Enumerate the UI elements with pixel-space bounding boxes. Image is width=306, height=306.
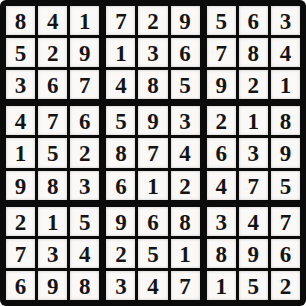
digit: 3: [248, 142, 260, 165]
cell-r5c5[interactable]: 7: [138, 138, 167, 167]
digit: 5: [47, 142, 59, 165]
digit: 5: [248, 275, 260, 298]
cell-r1c9[interactable]: 3: [271, 6, 300, 35]
digit: 3: [47, 243, 59, 266]
box-2: 729136485: [106, 6, 199, 99]
cell-r3c2[interactable]: 6: [38, 70, 67, 99]
cell-r9c9[interactable]: 2: [271, 271, 300, 300]
cell-r2c1[interactable]: 5: [6, 38, 35, 67]
digit: 7: [115, 10, 127, 33]
digit: 4: [280, 42, 292, 65]
digit: 6: [47, 74, 59, 97]
cell-r2c3[interactable]: 9: [70, 38, 99, 67]
box-9: 347896152: [207, 207, 300, 300]
cell-r5c9[interactable]: 9: [271, 138, 300, 167]
cell-r2c2[interactable]: 2: [38, 38, 67, 67]
digit: 3: [280, 10, 292, 33]
digit: 5: [179, 74, 191, 97]
digit: 5: [15, 42, 27, 65]
cell-r1c1[interactable]: 8: [6, 6, 35, 35]
cell-r9c5[interactable]: 4: [138, 271, 167, 300]
cell-r6c3[interactable]: 3: [70, 171, 99, 200]
cell-r9c4[interactable]: 3: [106, 271, 135, 300]
digit: 8: [147, 74, 159, 97]
digit: 3: [115, 275, 127, 298]
digit: 3: [15, 74, 27, 97]
cell-r7c7[interactable]: 3: [207, 207, 236, 236]
box-4: 476152983: [6, 106, 99, 199]
cell-r4c6[interactable]: 3: [171, 106, 200, 135]
cell-r4c3[interactable]: 6: [70, 106, 99, 135]
digit: 7: [248, 175, 260, 198]
digit: 2: [280, 275, 292, 298]
box-8: 968251347: [106, 207, 199, 300]
digit: 5: [79, 211, 91, 234]
cell-r3c6[interactable]: 5: [171, 70, 200, 99]
digit: 6: [215, 142, 227, 165]
cell-r5c2[interactable]: 5: [38, 138, 67, 167]
cell-r3c5[interactable]: 8: [138, 70, 167, 99]
cell-r1c8[interactable]: 6: [239, 6, 268, 35]
cell-r7c6[interactable]: 8: [171, 207, 200, 236]
cell-r6c4[interactable]: 6: [106, 171, 135, 200]
digit: 2: [115, 243, 127, 266]
digit: 6: [280, 243, 292, 266]
box-7: 215734698: [6, 207, 99, 300]
digit: 6: [115, 175, 127, 198]
digit: 5: [280, 175, 292, 198]
cell-r7c2[interactable]: 1: [38, 207, 67, 236]
cell-r8c9[interactable]: 6: [271, 239, 300, 268]
digit: 7: [15, 243, 27, 266]
cell-r1c7[interactable]: 5: [207, 6, 236, 35]
digit: 7: [179, 275, 191, 298]
digit: 4: [147, 275, 159, 298]
cell-r7c8[interactable]: 4: [239, 207, 268, 236]
digit: 8: [15, 10, 27, 33]
digit: 6: [79, 110, 91, 133]
digit: 2: [147, 10, 159, 33]
digit: 6: [15, 275, 27, 298]
digit: 3: [79, 175, 91, 198]
digit: 7: [215, 42, 227, 65]
cell-r9c6[interactable]: 7: [171, 271, 200, 300]
digit: 7: [280, 211, 292, 234]
digit: 1: [179, 243, 191, 266]
cell-r1c3[interactable]: 1: [70, 6, 99, 35]
cell-r6c8[interactable]: 7: [239, 171, 268, 200]
digit: 2: [47, 42, 59, 65]
digit: 6: [248, 10, 260, 33]
cell-r2c7[interactable]: 7: [207, 38, 236, 67]
digit: 1: [79, 10, 91, 33]
cell-r6c7[interactable]: 4: [207, 171, 236, 200]
digit: 5: [215, 10, 227, 33]
cell-r3c7[interactable]: 9: [207, 70, 236, 99]
cell-r6c1[interactable]: 9: [6, 171, 35, 200]
digit: 9: [47, 275, 59, 298]
digit: 9: [15, 175, 27, 198]
box-5: 593874612: [106, 106, 199, 199]
digit: 8: [115, 142, 127, 165]
cell-r9c2[interactable]: 9: [38, 271, 67, 300]
cell-r9c8[interactable]: 5: [239, 271, 268, 300]
digit: 8: [179, 211, 191, 234]
digit: 9: [147, 110, 159, 133]
digit: 4: [47, 10, 59, 33]
cell-r9c7[interactable]: 1: [207, 271, 236, 300]
box-1: 841529367: [6, 6, 99, 99]
digit: 9: [179, 10, 191, 33]
cell-r7c9[interactable]: 7: [271, 207, 300, 236]
cell-r1c4[interactable]: 7: [106, 6, 135, 35]
cell-r8c3[interactable]: 4: [70, 239, 99, 268]
sudoku-board: 8415293677291364855637849214761529835938…: [0, 0, 306, 306]
digit: 8: [215, 243, 227, 266]
cell-r9c1[interactable]: 6: [6, 271, 35, 300]
cell-r8c4[interactable]: 2: [106, 239, 135, 268]
digit: 1: [248, 110, 260, 133]
digit: 3: [147, 42, 159, 65]
cell-r8c6[interactable]: 1: [171, 239, 200, 268]
digit: 6: [147, 211, 159, 234]
digit: 1: [115, 42, 127, 65]
cell-r2c4[interactable]: 1: [106, 38, 135, 67]
digit: 8: [79, 275, 91, 298]
cell-r4c1[interactable]: 4: [6, 106, 35, 135]
digit: 2: [79, 142, 91, 165]
digit: 4: [248, 211, 260, 234]
digit: 9: [115, 211, 127, 234]
cell-r3c1[interactable]: 3: [6, 70, 35, 99]
digit: 1: [147, 175, 159, 198]
digit: 4: [115, 74, 127, 97]
cell-r6c2[interactable]: 8: [38, 171, 67, 200]
cell-r8c2[interactable]: 3: [38, 239, 67, 268]
digit: 1: [47, 211, 59, 234]
cell-r7c5[interactable]: 6: [138, 207, 167, 236]
cell-r2c6[interactable]: 6: [171, 38, 200, 67]
cell-r2c5[interactable]: 3: [138, 38, 167, 67]
digit: 6: [179, 42, 191, 65]
cell-r4c5[interactable]: 9: [138, 106, 167, 135]
cell-r2c9[interactable]: 4: [271, 38, 300, 67]
cell-r4c7[interactable]: 2: [207, 106, 236, 135]
cell-r5c7[interactable]: 6: [207, 138, 236, 167]
digit: 5: [147, 243, 159, 266]
page: 8415293677291364855637849214761529835938…: [0, 0, 306, 306]
digit: 8: [280, 110, 292, 133]
box-6: 218639475: [207, 106, 300, 199]
digit: 2: [15, 211, 27, 234]
cell-r1c5[interactable]: 2: [138, 6, 167, 35]
cell-r3c9[interactable]: 1: [271, 70, 300, 99]
digit: 2: [248, 74, 260, 97]
box-3: 563784921: [207, 6, 300, 99]
cell-r6c5[interactable]: 1: [138, 171, 167, 200]
cell-r2c8[interactable]: 8: [239, 38, 268, 67]
cell-r1c6[interactable]: 9: [171, 6, 200, 35]
digit: 3: [179, 110, 191, 133]
cell-r8c5[interactable]: 5: [138, 239, 167, 268]
cell-r4c2[interactable]: 7: [38, 106, 67, 135]
digit: 4: [79, 243, 91, 266]
cell-r7c3[interactable]: 5: [70, 207, 99, 236]
cell-r5c6[interactable]: 4: [171, 138, 200, 167]
digit: 7: [47, 110, 59, 133]
cell-r5c4[interactable]: 8: [106, 138, 135, 167]
cell-r3c4[interactable]: 4: [106, 70, 135, 99]
cell-r7c4[interactable]: 9: [106, 207, 135, 236]
digit: 4: [215, 175, 227, 198]
cell-r1c2[interactable]: 4: [38, 6, 67, 35]
cell-r5c3[interactable]: 2: [70, 138, 99, 167]
cell-r5c8[interactable]: 3: [239, 138, 268, 167]
cell-r5c1[interactable]: 1: [6, 138, 35, 167]
digit: 9: [79, 42, 91, 65]
cell-r6c6[interactable]: 2: [171, 171, 200, 200]
digit: 9: [248, 243, 260, 266]
digit: 4: [179, 142, 191, 165]
digit: 8: [248, 42, 260, 65]
digit: 9: [215, 74, 227, 97]
digit: 8: [47, 175, 59, 198]
cell-r4c4[interactable]: 5: [106, 106, 135, 135]
digit: 1: [280, 74, 292, 97]
digit: 2: [179, 175, 191, 198]
digit: 9: [280, 142, 292, 165]
cell-r3c3[interactable]: 7: [70, 70, 99, 99]
digit: 1: [15, 142, 27, 165]
cell-r3c8[interactable]: 2: [239, 70, 268, 99]
digit: 7: [79, 74, 91, 97]
digit: 2: [215, 110, 227, 133]
cell-r8c7[interactable]: 8: [207, 239, 236, 268]
cell-r8c8[interactable]: 9: [239, 239, 268, 268]
digit: 1: [215, 275, 227, 298]
cell-r9c3[interactable]: 8: [70, 271, 99, 300]
cell-r8c1[interactable]: 7: [6, 239, 35, 268]
digit: 3: [215, 211, 227, 234]
cell-r4c9[interactable]: 8: [271, 106, 300, 135]
cell-r6c9[interactable]: 5: [271, 171, 300, 200]
cell-r7c1[interactable]: 2: [6, 207, 35, 236]
cell-r4c8[interactable]: 1: [239, 106, 268, 135]
digit: 5: [115, 110, 127, 133]
digit: 7: [147, 142, 159, 165]
digit: 4: [15, 110, 27, 133]
